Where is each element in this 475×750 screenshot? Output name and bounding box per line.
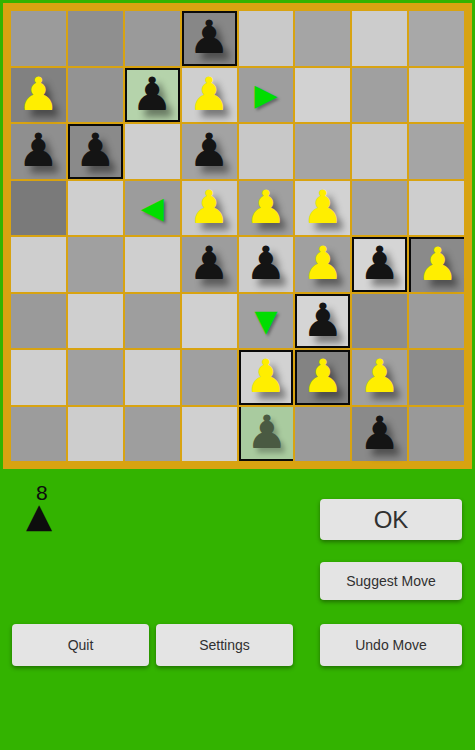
- square-r5c1[interactable]: [68, 294, 123, 349]
- square-r7c0[interactable]: [11, 407, 66, 462]
- square-r2c3[interactable]: ♟: [182, 124, 237, 179]
- square-r5c3[interactable]: [182, 294, 237, 349]
- square-r4c3[interactable]: ♟: [182, 237, 237, 292]
- square-r2c4[interactable]: [239, 124, 294, 179]
- game-board: ♟♟♟♟▶♟♟♟◀♟♟♟♟♟♟♟♟▼♟♟♟♟♟♟: [3, 3, 472, 469]
- square-r5c5[interactable]: ♟: [295, 294, 350, 349]
- yellow-pawn: ♟: [18, 71, 59, 117]
- square-r4c4[interactable]: ♟: [239, 237, 294, 292]
- square-r6c7[interactable]: [409, 350, 464, 405]
- square-r2c2[interactable]: [125, 124, 180, 179]
- square-r1c2[interactable]: ♟: [125, 68, 180, 123]
- yellow-pawn: ♟: [302, 240, 343, 286]
- black-pawn: ♟: [302, 297, 343, 343]
- black-pawn: ♟: [18, 127, 59, 173]
- bottom-panel: 8 ▲ OK Suggest Move Quit Settings Undo M…: [0, 470, 475, 750]
- square-r0c1[interactable]: [68, 11, 123, 66]
- yellow-pawn: ♟: [302, 184, 343, 230]
- square-r0c3[interactable]: ♟: [182, 11, 237, 66]
- square-r5c0[interactable]: [11, 294, 66, 349]
- square-r2c6[interactable]: [352, 124, 407, 179]
- square-r1c7[interactable]: [409, 68, 464, 123]
- yellow-pawn: ♟: [188, 184, 229, 230]
- black-pawn: ♟: [188, 14, 229, 60]
- square-r1c0[interactable]: ♟: [11, 68, 66, 123]
- square-r0c7[interactable]: [409, 11, 464, 66]
- square-r0c0[interactable]: [11, 11, 66, 66]
- black-pawn: ♟: [245, 240, 286, 286]
- settings-button[interactable]: Settings: [156, 624, 293, 666]
- square-r7c6[interactable]: ♟: [352, 407, 407, 462]
- square-r0c6[interactable]: [352, 11, 407, 66]
- square-r6c2[interactable]: [125, 350, 180, 405]
- undo-move-button[interactable]: Undo Move: [320, 624, 462, 666]
- move-arrow-down-icon: ▼: [254, 306, 277, 336]
- yellow-pawn: ♟: [245, 353, 286, 399]
- square-r0c5[interactable]: [295, 11, 350, 66]
- yellow-pawn: ♟: [417, 241, 458, 287]
- square-r4c7[interactable]: ♟: [409, 237, 464, 292]
- square-r3c3[interactable]: ♟: [182, 181, 237, 236]
- square-r6c4[interactable]: ♟: [239, 350, 294, 405]
- square-r3c2[interactable]: ◀: [125, 181, 180, 236]
- square-r4c2[interactable]: [125, 237, 180, 292]
- ok-button[interactable]: OK: [320, 499, 462, 540]
- square-r2c1[interactable]: ♟: [68, 124, 123, 179]
- black-pawn: ♟: [132, 71, 173, 117]
- square-r1c1[interactable]: [68, 68, 123, 123]
- square-r7c5[interactable]: [295, 407, 350, 462]
- square-r5c6[interactable]: [352, 294, 407, 349]
- square-r7c4[interactable]: ♟: [239, 407, 294, 462]
- black-pawn: ♟: [188, 127, 229, 173]
- square-r6c3[interactable]: [182, 350, 237, 405]
- black-up-triangle-icon: ▲: [26, 498, 52, 532]
- ghost-pawn: ♟: [246, 409, 287, 455]
- square-r3c0[interactable]: [11, 181, 66, 236]
- square-r7c3[interactable]: [182, 407, 237, 462]
- square-r2c7[interactable]: [409, 124, 464, 179]
- square-r0c2[interactable]: [125, 11, 180, 66]
- square-r1c6[interactable]: [352, 68, 407, 123]
- move-arrow-right-icon: ▶: [254, 80, 277, 110]
- square-r6c1[interactable]: [68, 350, 123, 405]
- square-r4c6[interactable]: ♟: [352, 237, 407, 292]
- yellow-pawn: ♟: [302, 353, 343, 399]
- square-r0c4[interactable]: [239, 11, 294, 66]
- square-r1c5[interactable]: [295, 68, 350, 123]
- square-r3c6[interactable]: [352, 181, 407, 236]
- square-r2c5[interactable]: [295, 124, 350, 179]
- yellow-pawn: ♟: [245, 184, 286, 230]
- square-r3c7[interactable]: [409, 181, 464, 236]
- black-pawn: ♟: [188, 240, 229, 286]
- square-r7c1[interactable]: [68, 407, 123, 462]
- black-pawn: ♟: [75, 127, 116, 173]
- square-r5c7[interactable]: [409, 294, 464, 349]
- square-r7c7[interactable]: [409, 407, 464, 462]
- square-r6c6[interactable]: ♟: [352, 350, 407, 405]
- yellow-pawn: ♟: [359, 353, 400, 399]
- black-pawn: ♟: [359, 240, 400, 286]
- black-pawn: ♟: [359, 410, 400, 456]
- square-r4c0[interactable]: [11, 237, 66, 292]
- square-r3c5[interactable]: ♟: [295, 181, 350, 236]
- square-r3c4[interactable]: ♟: [239, 181, 294, 236]
- square-r1c3[interactable]: ♟: [182, 68, 237, 123]
- square-r6c5[interactable]: ♟: [295, 350, 350, 405]
- square-r3c1[interactable]: [68, 181, 123, 236]
- square-r4c5[interactable]: ♟: [295, 237, 350, 292]
- suggest-move-button[interactable]: Suggest Move: [320, 562, 462, 600]
- square-r4c1[interactable]: [68, 237, 123, 292]
- square-r2c0[interactable]: ♟: [11, 124, 66, 179]
- square-r7c2[interactable]: [125, 407, 180, 462]
- quit-button[interactable]: Quit: [12, 624, 149, 666]
- square-r5c2[interactable]: [125, 294, 180, 349]
- square-r5c4[interactable]: ▼: [239, 294, 294, 349]
- square-r1c4[interactable]: ▶: [239, 68, 294, 123]
- yellow-pawn: ♟: [188, 71, 229, 117]
- move-arrow-left-icon: ◀: [141, 193, 164, 223]
- square-r6c0[interactable]: [11, 350, 66, 405]
